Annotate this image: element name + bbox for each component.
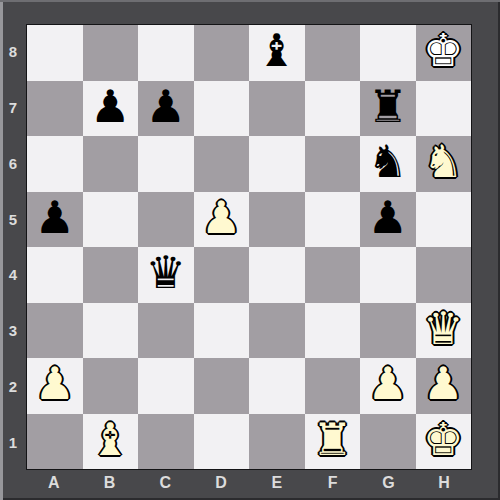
rank-label-8: 8	[0, 24, 26, 80]
square-d2[interactable]	[194, 358, 250, 414]
square-e3[interactable]	[249, 303, 305, 359]
rank-label-6: 6	[0, 136, 26, 192]
square-f6[interactable]	[305, 136, 361, 192]
square-h5[interactable]	[416, 192, 472, 248]
square-f3[interactable]	[305, 303, 361, 359]
file-label-g: G	[361, 470, 417, 496]
square-f8[interactable]	[305, 25, 361, 81]
square-g3[interactable]	[360, 303, 416, 359]
rank-label-1: 1	[0, 414, 26, 470]
chessboard-frame: 87654321 ♝♚♟♟♜♞♞♟♟♟♛♛♟♟♟♝♜♚ ABCDEFGH	[0, 0, 500, 500]
square-e5[interactable]	[249, 192, 305, 248]
square-b5[interactable]	[83, 192, 139, 248]
square-f2[interactable]	[305, 358, 361, 414]
piece-white-rook: ♜	[312, 417, 352, 462]
square-e1[interactable]	[249, 414, 305, 470]
square-a3[interactable]	[27, 303, 83, 359]
square-e2[interactable]	[249, 358, 305, 414]
square-g6[interactable]: ♞	[360, 136, 416, 192]
piece-white-knight: ♞	[423, 139, 463, 184]
piece-black-pawn: ♟	[90, 84, 130, 129]
square-d4[interactable]	[194, 247, 250, 303]
square-g8[interactable]	[360, 25, 416, 81]
square-g5[interactable]: ♟	[360, 192, 416, 248]
file-label-f: F	[305, 470, 361, 496]
square-c6[interactable]	[138, 136, 194, 192]
square-b3[interactable]	[83, 303, 139, 359]
square-d8[interactable]	[194, 25, 250, 81]
square-c8[interactable]	[138, 25, 194, 81]
square-a2[interactable]: ♟	[27, 358, 83, 414]
square-c3[interactable]	[138, 303, 194, 359]
file-label-d: D	[193, 470, 249, 496]
piece-black-queen: ♛	[146, 250, 186, 295]
piece-white-king: ♚	[423, 417, 463, 462]
square-d5[interactable]: ♟	[194, 192, 250, 248]
square-c2[interactable]	[138, 358, 194, 414]
rank-label-3: 3	[0, 303, 26, 359]
square-e6[interactable]	[249, 136, 305, 192]
piece-white-queen: ♛	[423, 306, 463, 351]
file-label-h: H	[416, 470, 472, 496]
rank-labels: 87654321	[0, 24, 26, 470]
piece-black-bishop: ♝	[257, 28, 297, 73]
square-g1[interactable]	[360, 414, 416, 470]
square-b4[interactable]	[83, 247, 139, 303]
square-h4[interactable]	[416, 247, 472, 303]
square-h2[interactable]: ♟	[416, 358, 472, 414]
square-c5[interactable]	[138, 192, 194, 248]
file-labels: ABCDEFGH	[26, 470, 472, 496]
square-g2[interactable]: ♟	[360, 358, 416, 414]
square-b7[interactable]: ♟	[83, 81, 139, 137]
piece-white-pawn: ♟	[423, 361, 463, 406]
piece-black-rook: ♜	[368, 84, 408, 129]
square-c4[interactable]: ♛	[138, 247, 194, 303]
rank-label-4: 4	[0, 247, 26, 303]
file-label-a: A	[26, 470, 82, 496]
square-d1[interactable]	[194, 414, 250, 470]
square-e8[interactable]: ♝	[249, 25, 305, 81]
square-d7[interactable]	[194, 81, 250, 137]
square-g4[interactable]	[360, 247, 416, 303]
square-g7[interactable]: ♜	[360, 81, 416, 137]
piece-white-pawn: ♟	[35, 361, 75, 406]
square-b2[interactable]	[83, 358, 139, 414]
square-e4[interactable]	[249, 247, 305, 303]
piece-black-king: ♚	[423, 28, 463, 73]
square-d3[interactable]	[194, 303, 250, 359]
square-a1[interactable]	[27, 414, 83, 470]
square-b1[interactable]: ♝	[83, 414, 139, 470]
file-label-b: B	[82, 470, 138, 496]
piece-black-pawn: ♟	[368, 195, 408, 240]
piece-black-pawn: ♟	[35, 195, 75, 240]
piece-black-knight: ♞	[368, 139, 408, 184]
square-b6[interactable]	[83, 136, 139, 192]
square-f7[interactable]	[305, 81, 361, 137]
square-e7[interactable]	[249, 81, 305, 137]
square-f4[interactable]	[305, 247, 361, 303]
square-c7[interactable]: ♟	[138, 81, 194, 137]
square-a8[interactable]	[27, 25, 83, 81]
rank-label-2: 2	[0, 359, 26, 415]
square-a7[interactable]	[27, 81, 83, 137]
square-a4[interactable]	[27, 247, 83, 303]
piece-white-pawn: ♟	[368, 361, 408, 406]
file-label-c: C	[138, 470, 194, 496]
chessboard: ♝♚♟♟♜♞♞♟♟♟♛♛♟♟♟♝♜♚	[26, 24, 472, 470]
piece-white-bishop: ♝	[90, 417, 130, 462]
piece-black-pawn: ♟	[146, 84, 186, 129]
square-h8[interactable]: ♚	[416, 25, 472, 81]
square-d6[interactable]	[194, 136, 250, 192]
square-h3[interactable]: ♛	[416, 303, 472, 359]
square-f1[interactable]: ♜	[305, 414, 361, 470]
square-a5[interactable]: ♟	[27, 192, 83, 248]
rank-label-7: 7	[0, 80, 26, 136]
square-b8[interactable]	[83, 25, 139, 81]
file-label-e: E	[249, 470, 305, 496]
square-h7[interactable]	[416, 81, 472, 137]
square-a6[interactable]	[27, 136, 83, 192]
square-f5[interactable]	[305, 192, 361, 248]
square-h1[interactable]: ♚	[416, 414, 472, 470]
rank-label-5: 5	[0, 191, 26, 247]
piece-white-pawn: ♟	[201, 195, 241, 240]
square-c1[interactable]	[138, 414, 194, 470]
square-h6[interactable]: ♞	[416, 136, 472, 192]
